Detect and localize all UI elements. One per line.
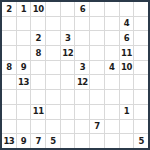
cell-r3c8[interactable] [105,31,119,45]
cell-r3c7[interactable] [90,31,104,45]
cell-r1c2-clue[interactable]: 1 [17,2,31,16]
cell-r8c8[interactable] [105,105,119,119]
cell-r10c6[interactable] [75,134,89,148]
cell-r6c6-clue[interactable]: 12 [75,75,89,89]
cell-r9c6[interactable] [75,120,89,134]
cell-r1c9[interactable] [120,2,134,16]
cell-r6c9[interactable] [120,75,134,89]
cell-r4c10[interactable] [134,46,148,60]
cell-r5c9-clue[interactable]: 10 [120,61,134,75]
cell-r8c5[interactable] [61,105,75,119]
cell-r10c9[interactable] [120,134,134,148]
cell-r5c1-clue[interactable]: 8 [2,61,16,75]
cell-r1c10[interactable] [134,2,148,16]
cell-r5c8-clue[interactable]: 4 [105,61,119,75]
cell-r6c8[interactable] [105,75,119,89]
cell-r2c8[interactable] [105,17,119,31]
cell-r5c10[interactable] [134,61,148,75]
cell-r6c2-clue[interactable]: 13 [17,75,31,89]
cell-r1c7[interactable] [90,2,104,16]
cell-r4c2[interactable] [17,46,31,60]
cell-r9c7-clue[interactable]: 7 [90,120,104,134]
cell-r2c6[interactable] [75,17,89,31]
cell-r9c1[interactable] [2,120,16,134]
cell-r1c3-clue[interactable]: 10 [31,2,45,16]
cell-r2c5[interactable] [61,17,75,31]
cell-r7c6[interactable] [75,90,89,104]
cell-r8c10[interactable] [134,105,148,119]
cell-r8c2[interactable] [17,105,31,119]
cell-r5c4[interactable] [46,61,60,75]
cell-r4c4[interactable] [46,46,60,60]
cell-r4c8[interactable] [105,46,119,60]
cell-r3c1[interactable] [2,31,16,45]
cell-r6c3[interactable] [31,75,45,89]
cell-r4c9-clue[interactable]: 11 [120,46,134,60]
puzzle-page: 2110642368121189341013121117139755 [0,0,150,150]
cell-r9c10[interactable] [134,120,148,134]
cell-r1c5[interactable] [61,2,75,16]
cell-r4c6[interactable] [75,46,89,60]
cell-r6c10[interactable] [134,75,148,89]
cell-r10c4-clue[interactable]: 5 [46,134,60,148]
cell-r8c1[interactable] [2,105,16,119]
cell-r2c3[interactable] [31,17,45,31]
cell-r7c3[interactable] [31,90,45,104]
cell-r7c7[interactable] [90,90,104,104]
cell-r7c9[interactable] [120,90,134,104]
cell-r1c1-clue[interactable]: 2 [2,2,16,16]
cell-r5c2-clue[interactable]: 9 [17,61,31,75]
cell-r4c7[interactable] [90,46,104,60]
cell-r1c8[interactable] [105,2,119,16]
cell-r5c3[interactable] [31,61,45,75]
cell-r3c6[interactable] [75,31,89,45]
cell-r2c2[interactable] [17,17,31,31]
cell-r7c2[interactable] [17,90,31,104]
cell-r3c10[interactable] [134,31,148,45]
cell-r6c7[interactable] [90,75,104,89]
cell-r10c8[interactable] [105,134,119,148]
cell-r8c7[interactable] [90,105,104,119]
cell-r9c3[interactable] [31,120,45,134]
cell-r3c2[interactable] [17,31,31,45]
cell-r8c9-clue[interactable]: 1 [120,105,134,119]
cell-r1c4[interactable] [46,2,60,16]
cell-r10c3-clue[interactable]: 7 [31,134,45,148]
cell-r10c1-clue[interactable]: 13 [2,134,16,148]
cell-r9c2[interactable] [17,120,31,134]
cell-r10c10-clue[interactable]: 5 [134,134,148,148]
cell-r3c5-clue[interactable]: 3 [61,31,75,45]
cell-r3c9-clue[interactable]: 6 [120,31,134,45]
cell-r2c4[interactable] [46,17,60,31]
cell-r5c6-clue[interactable]: 3 [75,61,89,75]
cell-r10c7[interactable] [90,134,104,148]
cell-r8c4[interactable] [46,105,60,119]
cell-r1c6-clue[interactable]: 6 [75,2,89,16]
cell-r3c4[interactable] [46,31,60,45]
cell-r9c4[interactable] [46,120,60,134]
cell-r2c9-clue[interactable]: 4 [120,17,134,31]
cell-r2c10[interactable] [134,17,148,31]
cell-r9c9[interactable] [120,120,134,134]
cell-r2c7[interactable] [90,17,104,31]
cell-r10c5[interactable] [61,134,75,148]
cell-r5c5[interactable] [61,61,75,75]
cell-r6c5[interactable] [61,75,75,89]
cell-r8c6[interactable] [75,105,89,119]
cell-r4c1[interactable] [2,46,16,60]
cell-r6c1[interactable] [2,75,16,89]
puzzle-board: 2110642368121189341013121117139755 [0,0,150,150]
cell-r7c8[interactable] [105,90,119,104]
cell-r7c1[interactable] [2,90,16,104]
cell-r4c3-clue[interactable]: 8 [31,46,45,60]
cell-r10c2-clue[interactable]: 9 [17,134,31,148]
cell-r8c3-clue[interactable]: 11 [31,105,45,119]
cell-r5c7[interactable] [90,61,104,75]
cell-r4c5-clue[interactable]: 12 [61,46,75,60]
cell-r7c4[interactable] [46,90,60,104]
cell-r3c3-clue[interactable]: 2 [31,31,45,45]
cell-r7c5[interactable] [61,90,75,104]
cell-r9c5[interactable] [61,120,75,134]
cell-r6c4[interactable] [46,75,60,89]
cell-r2c1[interactable] [2,17,16,31]
cell-r7c10[interactable] [134,90,148,104]
cell-r9c8[interactable] [105,120,119,134]
